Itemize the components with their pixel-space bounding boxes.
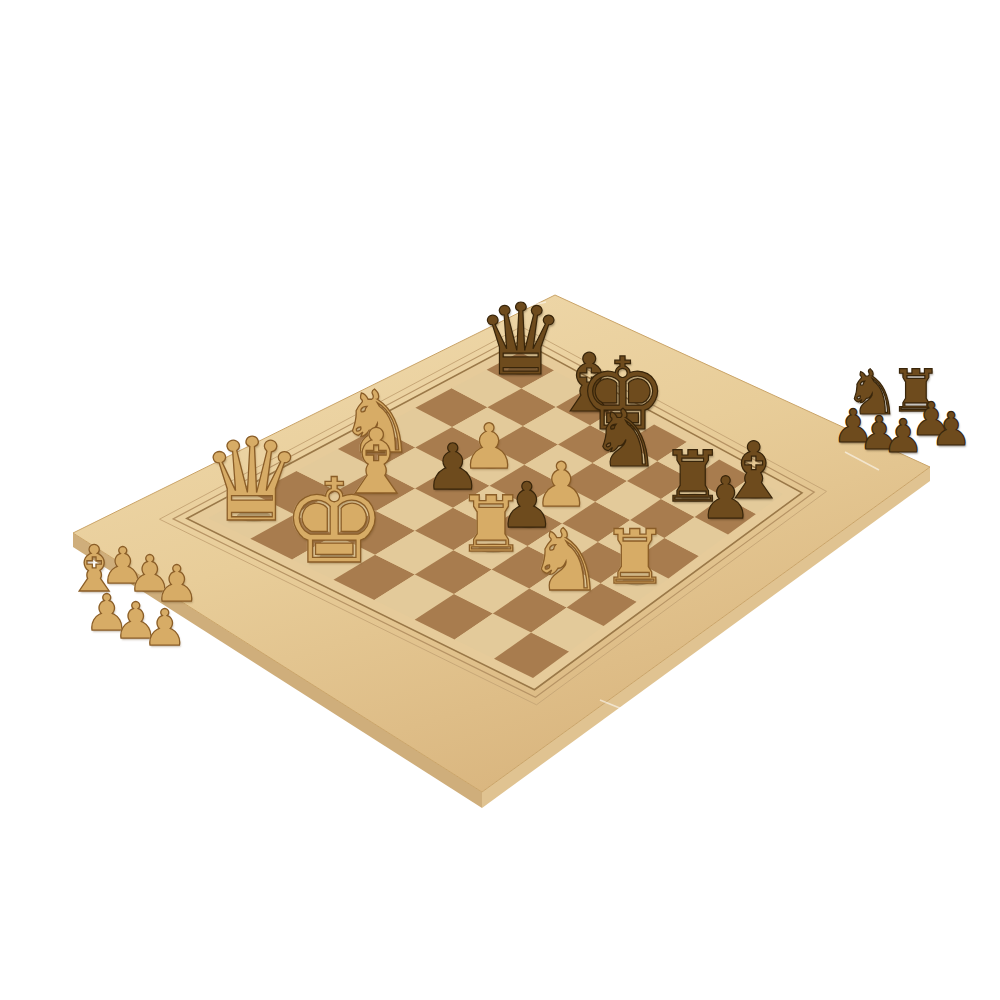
captured-black-pawn-4[interactable]: ♟	[882, 413, 923, 459]
chess-photo-scene: ♛♝♚♞♞♟♟♝♝♜♟♟♛♟♜♚♜♞♝♟♟♟♟♟♟♞♜♟♟♟♟♟	[0, 0, 1000, 1000]
piece-white-knight-g3[interactable]: ♞	[527, 518, 603, 603]
piece-white-king-c1[interactable]: ♚	[282, 464, 387, 581]
piece-white-rook-h4[interactable]: ♜	[602, 521, 669, 595]
captured-black-pawn-6[interactable]: ♟	[930, 406, 971, 452]
piece-white-rook-e3[interactable]: ♜	[457, 486, 526, 563]
captured-white-pawn-6[interactable]: ♟	[143, 603, 188, 653]
piece-black-knight-e7[interactable]: ♞	[590, 399, 661, 478]
piece-black-pawn-h7[interactable]: ♟	[700, 469, 752, 527]
frame-scratch-0	[330, 335, 458, 345]
piece-black-queen-a8[interactable]: ♛	[477, 291, 565, 390]
